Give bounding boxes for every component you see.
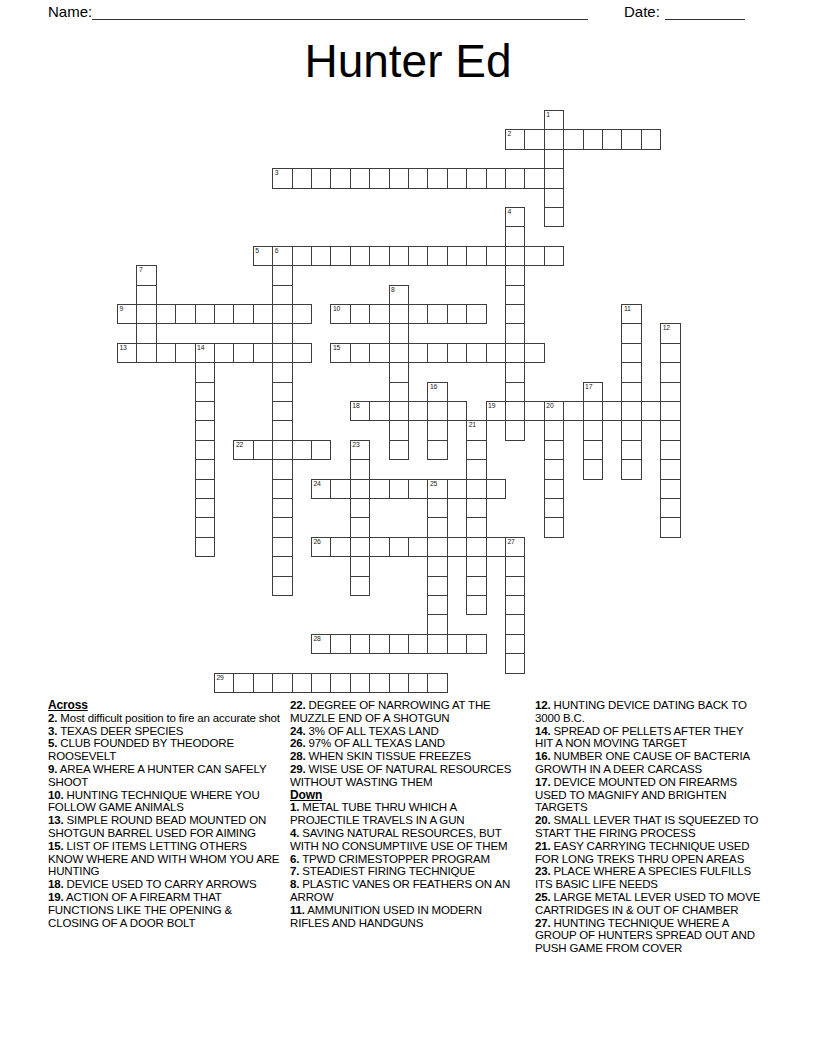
cell-number-18: 18 <box>352 402 359 410</box>
grid-cell-r18c8[interactable] <box>272 459 292 479</box>
grid-cell-r15c21[interactable] <box>524 401 544 421</box>
grid-cell-r12c6[interactable] <box>233 343 253 363</box>
grid-cell-r17c24[interactable] <box>583 440 603 460</box>
grid-cell-r14c20[interactable] <box>505 382 525 402</box>
grid-cell-r17c6[interactable]: 22 <box>233 440 253 460</box>
cell-number-2: 2 <box>508 130 512 138</box>
cell-number-20: 20 <box>546 402 553 410</box>
grid-cell-r19c11[interactable] <box>330 479 350 499</box>
clue-down-1: 1. METAL TUBE THRU WHICH A PROJECTILE TR… <box>290 801 522 827</box>
clues-down-header: Down <box>290 789 522 802</box>
grid-cell-r15c28[interactable] <box>660 401 680 421</box>
grid-cell-r12c20[interactable] <box>505 343 525 363</box>
grid-cell-r29c12[interactable] <box>350 673 370 693</box>
grid-cell-r10c15[interactable] <box>408 304 428 324</box>
grid-cell-r2c22[interactable] <box>544 149 564 169</box>
grid-cell-r18c4[interactable] <box>195 459 215 479</box>
grid-cell-r12c15[interactable] <box>408 343 428 363</box>
grid-cell-r10c12[interactable] <box>350 304 370 324</box>
grid-cell-r7c13[interactable] <box>369 246 389 266</box>
grid-cell-r24c8[interactable] <box>272 576 292 596</box>
clue-number: 18. <box>48 878 64 890</box>
cell-number-1: 1 <box>546 111 550 119</box>
grid-cell-r12c19[interactable] <box>486 343 506 363</box>
clue-across-13: 13. SIMPLE ROUND BEAD MOUNTED ON SHOTGUN… <box>48 814 284 840</box>
grid-cell-r10c1[interactable] <box>136 304 156 324</box>
grid-cell-r3c20[interactable] <box>505 168 525 188</box>
grid-cell-r8c8[interactable] <box>272 265 292 285</box>
cell-number-28: 28 <box>314 635 321 643</box>
grid-cell-r13c28[interactable] <box>660 362 680 382</box>
clue-down-8: 8. PLASTIC VANES OR FEATHERS ON AN ARROW <box>290 878 522 904</box>
grid-cell-r4c22[interactable] <box>544 188 564 208</box>
grid-cell-r19c19[interactable] <box>486 479 506 499</box>
grid-cell-r26c16[interactable] <box>427 614 447 634</box>
page-title: Hunter Ed <box>0 34 816 88</box>
cell-number-27: 27 <box>508 538 515 546</box>
grid-cell-r27c14[interactable] <box>389 634 409 654</box>
cell-number-19: 19 <box>488 402 495 410</box>
grid-cell-r16c26[interactable] <box>621 420 641 440</box>
grid-cell-r1c21[interactable] <box>524 129 544 149</box>
grid-cell-r7c15[interactable] <box>408 246 428 266</box>
grid-cell-r18c12[interactable] <box>350 459 370 479</box>
clue-across-18: 18. DEVICE USED TO CARRY ARROWS <box>48 878 284 891</box>
grid-cell-r29c5[interactable]: 29 <box>214 673 234 693</box>
grid-cell-r20c16[interactable] <box>427 498 447 518</box>
grid-cell-r24c20[interactable] <box>505 576 525 596</box>
clue-down-27: 27. HUNTING TECHNIQUE WHERE A GROUP OF H… <box>535 917 763 955</box>
grid-cell-r27c18[interactable] <box>466 634 486 654</box>
grid-cell-r3c8[interactable]: 3 <box>272 168 292 188</box>
grid-cell-r7c18[interactable] <box>466 246 486 266</box>
grid-cell-r19c28[interactable] <box>660 479 680 499</box>
grid-cell-r27c16[interactable] <box>427 634 447 654</box>
grid-cell-r23c8[interactable] <box>272 556 292 576</box>
grid-cell-r29c10[interactable] <box>311 673 331 693</box>
grid-cell-r17c26[interactable] <box>621 440 641 460</box>
grid-cell-r3c10[interactable] <box>311 168 331 188</box>
clues-across-header: Across <box>48 699 284 712</box>
grid-cell-r20c12[interactable] <box>350 498 370 518</box>
grid-cell-r15c20[interactable] <box>505 401 525 421</box>
grid-cell-r8c1[interactable]: 7 <box>136 265 156 285</box>
cell-number-4: 4 <box>508 208 512 216</box>
grid-cell-r3c11[interactable] <box>330 168 350 188</box>
cell-number-29: 29 <box>217 674 224 682</box>
grid-cell-r1c20[interactable]: 2 <box>505 129 525 149</box>
grid-cell-r10c8[interactable] <box>272 304 292 324</box>
grid-cell-r18c22[interactable] <box>544 459 564 479</box>
grid-cell-r12c12[interactable] <box>350 343 370 363</box>
grid-cell-r25c16[interactable] <box>427 595 447 615</box>
grid-cell-r3c12[interactable] <box>350 168 370 188</box>
grid-cell-r10c20[interactable] <box>505 304 525 324</box>
grid-cell-r27c12[interactable] <box>350 634 370 654</box>
cell-number-26: 26 <box>314 538 321 546</box>
grid-cell-r8c20[interactable] <box>505 265 525 285</box>
clue-down-25: 25. LARGE METAL LEVER USED TO MOVE CARTR… <box>535 891 763 917</box>
grid-cell-r14c26[interactable] <box>621 382 641 402</box>
cell-number-8: 8 <box>391 286 395 294</box>
grid-cell-r22c15[interactable] <box>408 537 428 557</box>
grid-cell-r15c15[interactable] <box>408 401 428 421</box>
grid-cell-r16c20[interactable] <box>505 420 525 440</box>
cell-number-25: 25 <box>430 480 437 488</box>
grid-cell-r29c9[interactable] <box>292 673 312 693</box>
grid-cell-r21c8[interactable] <box>272 517 292 537</box>
date-blank-line[interactable] <box>665 19 745 20</box>
grid-cell-r15c16[interactable] <box>427 401 447 421</box>
grid-cell-r7c20[interactable] <box>505 246 525 266</box>
grid-cell-r11c8[interactable] <box>272 323 292 343</box>
grid-cell-r14c24[interactable]: 17 <box>583 382 603 402</box>
grid-cell-r16c28[interactable] <box>660 420 680 440</box>
grid-cell-r27c10[interactable]: 28 <box>311 634 331 654</box>
grid-cell-r12c3[interactable] <box>175 343 195 363</box>
grid-cell-r17c14[interactable] <box>389 440 409 460</box>
grid-cell-r29c16[interactable] <box>427 673 447 693</box>
grid-cell-r17c10[interactable] <box>311 440 331 460</box>
grid-cell-r10c2[interactable] <box>156 304 176 324</box>
grid-cell-r29c13[interactable] <box>369 673 389 693</box>
clue-number: 10. <box>48 789 64 801</box>
grid-cell-r27c20[interactable] <box>505 634 525 654</box>
grid-cell-r19c14[interactable] <box>389 479 409 499</box>
grid-cell-r19c16[interactable]: 25 <box>427 479 447 499</box>
clue-down-21: 21. EASY CARRYING TECHNIQUE USED FOR LON… <box>535 840 763 866</box>
grid-cell-r21c18[interactable] <box>466 517 486 537</box>
grid-cell-r13c4[interactable] <box>195 362 215 382</box>
grid-cell-r16c4[interactable] <box>195 420 215 440</box>
cell-number-13: 13 <box>120 344 127 352</box>
grid-cell-r12c5[interactable] <box>214 343 234 363</box>
grid-cell-r9c8[interactable] <box>272 285 292 305</box>
grid-cell-r22c13[interactable] <box>369 537 389 557</box>
grid-cell-r15c27[interactable] <box>641 401 661 421</box>
cell-number-17: 17 <box>585 383 592 391</box>
grid-cell-r9c14[interactable]: 8 <box>389 285 409 305</box>
grid-cell-r10c6[interactable] <box>233 304 253 324</box>
grid-cell-r15c26[interactable] <box>621 401 641 421</box>
grid-cell-r17c16[interactable] <box>427 440 447 460</box>
grid-cell-r5c22[interactable] <box>544 207 564 227</box>
grid-cell-r3c16[interactable] <box>427 168 447 188</box>
grid-cell-r20c18[interactable] <box>466 498 486 518</box>
grid-cell-r12c11[interactable]: 15 <box>330 343 350 363</box>
cell-number-23: 23 <box>352 441 359 449</box>
grid-cell-r15c12[interactable]: 18 <box>350 401 370 421</box>
grid-cell-r16c22[interactable] <box>544 420 564 440</box>
grid-cell-r7c12[interactable] <box>350 246 370 266</box>
grid-cell-r3c19[interactable] <box>486 168 506 188</box>
grid-cell-r14c8[interactable] <box>272 382 292 402</box>
grid-cell-r19c15[interactable] <box>408 479 428 499</box>
clue-down-14: 14. SPREAD OF PELLETS AFTER THEY HIT A N… <box>535 725 763 751</box>
grid-cell-r23c12[interactable] <box>350 556 370 576</box>
grid-cell-r9c20[interactable] <box>505 285 525 305</box>
grid-cell-r10c18[interactable] <box>466 304 486 324</box>
grid-cell-r16c24[interactable] <box>583 420 603 440</box>
grid-cell-r19c18[interactable] <box>466 479 486 499</box>
grid-cell-r0c22[interactable]: 1 <box>544 110 564 130</box>
grid-cell-r12c13[interactable] <box>369 343 389 363</box>
grid-cell-r18c18[interactable] <box>466 459 486 479</box>
grid-cell-r12c21[interactable] <box>524 343 544 363</box>
grid-cell-r22c4[interactable] <box>195 537 215 557</box>
clue-number: 9. <box>48 763 57 775</box>
clue-number: 20. <box>535 814 551 826</box>
grid-cell-r13c26[interactable] <box>621 362 641 382</box>
cell-number-9: 9 <box>120 305 124 313</box>
grid-cell-r27c13[interactable] <box>369 634 389 654</box>
grid-cell-r13c20[interactable] <box>505 362 525 382</box>
grid-cell-r19c17[interactable] <box>447 479 467 499</box>
grid-cell-r27c15[interactable] <box>408 634 428 654</box>
grid-cell-r22c10[interactable]: 26 <box>311 537 331 557</box>
grid-cell-r29c14[interactable] <box>389 673 409 693</box>
grid-cell-r10c13[interactable] <box>369 304 389 324</box>
grid-cell-r3c22[interactable] <box>544 168 564 188</box>
grid-cell-r3c18[interactable] <box>466 168 486 188</box>
grid-cell-r7c21[interactable] <box>524 246 544 266</box>
grid-cell-r14c16[interactable]: 16 <box>427 382 447 402</box>
grid-cell-r17c8[interactable] <box>272 440 292 460</box>
grid-cell-r22c16[interactable] <box>427 537 447 557</box>
grid-cell-r19c22[interactable] <box>544 479 564 499</box>
grid-cell-r7c10[interactable] <box>311 246 331 266</box>
grid-cell-r12c9[interactable] <box>292 343 312 363</box>
grid-cell-r23c20[interactable] <box>505 556 525 576</box>
grid-cell-r15c4[interactable] <box>195 401 215 421</box>
grid-cell-r14c14[interactable] <box>389 382 409 402</box>
grid-cell-r3c21[interactable] <box>524 168 544 188</box>
grid-cell-r11c1[interactable] <box>136 323 156 343</box>
grid-cell-r7c8[interactable]: 6 <box>272 246 292 266</box>
clue-column-2: 22. DEGREE OF NARROWING AT THE MUZZLE EN… <box>290 699 522 929</box>
clue-down-4: 4. SAVING NATURAL RESOURCES, BUT WITH NO… <box>290 827 522 853</box>
grid-cell-r15c22[interactable]: 20 <box>544 401 564 421</box>
grid-cell-r6c20[interactable] <box>505 226 525 246</box>
clue-down-17: 17. DEVICE MOUNTED ON FIREARMS USED TO M… <box>535 776 763 814</box>
grid-cell-r22c18[interactable] <box>466 537 486 557</box>
grid-cell-r7c11[interactable] <box>330 246 350 266</box>
grid-cell-r10c7[interactable] <box>253 304 273 324</box>
grid-cell-r29c15[interactable] <box>408 673 428 693</box>
grid-cell-r17c9[interactable] <box>292 440 312 460</box>
grid-cell-r12c14[interactable] <box>389 343 409 363</box>
grid-cell-r7c17[interactable] <box>447 246 467 266</box>
grid-cell-r21c12[interactable] <box>350 517 370 537</box>
grid-cell-r16c18[interactable]: 21 <box>466 420 486 440</box>
grid-cell-r21c22[interactable] <box>544 517 564 537</box>
grid-cell-r12c26[interactable] <box>621 343 641 363</box>
clue-across-24: 24. 3% OF ALL TEXAS LAND <box>290 725 522 738</box>
grid-cell-r3c14[interactable] <box>389 168 409 188</box>
grid-cell-r15c25[interactable] <box>602 401 622 421</box>
grid-cell-r13c8[interactable] <box>272 362 292 382</box>
grid-cell-r7c7[interactable]: 5 <box>253 246 273 266</box>
grid-cell-r10c26[interactable]: 11 <box>621 304 641 324</box>
grid-cell-r10c0[interactable]: 9 <box>117 304 137 324</box>
name-blank-line[interactable] <box>92 19 588 20</box>
grid-cell-r19c8[interactable] <box>272 479 292 499</box>
grid-cell-r3c13[interactable] <box>369 168 389 188</box>
grid-cell-r16c16[interactable] <box>427 420 447 440</box>
name-label: Name: <box>48 3 92 20</box>
grid-cell-r14c4[interactable] <box>195 382 215 402</box>
clue-number: 11. <box>290 904 305 916</box>
grid-cell-r3c9[interactable] <box>292 168 312 188</box>
clue-down-16: 16. NUMBER ONE CAUSE OF BACTERIA GROWTH … <box>535 750 763 776</box>
grid-cell-r19c10[interactable]: 24 <box>311 479 331 499</box>
grid-cell-r10c4[interactable] <box>195 304 215 324</box>
cell-number-6: 6 <box>275 247 279 255</box>
grid-cell-r13c14[interactable] <box>389 362 409 382</box>
grid-cell-r15c17[interactable] <box>447 401 467 421</box>
grid-cell-r1c22[interactable] <box>544 129 564 149</box>
grid-cell-r10c14[interactable] <box>389 304 409 324</box>
grid-cell-r1c26[interactable] <box>621 129 641 149</box>
clue-number: 1. <box>290 801 299 813</box>
grid-cell-r12c0[interactable]: 13 <box>117 343 137 363</box>
grid-cell-r5c20[interactable]: 4 <box>505 207 525 227</box>
grid-cell-r7c9[interactable] <box>292 246 312 266</box>
grid-cell-r7c22[interactable] <box>544 246 564 266</box>
cell-number-10: 10 <box>333 305 340 313</box>
grid-cell-r16c14[interactable] <box>389 420 409 440</box>
grid-cell-r18c28[interactable] <box>660 459 680 479</box>
grid-cell-r11c28[interactable]: 12 <box>660 323 680 343</box>
grid-cell-r29c7[interactable] <box>253 673 273 693</box>
grid-cell-r29c8[interactable] <box>272 673 292 693</box>
grid-cell-r19c13[interactable] <box>369 479 389 499</box>
grid-cell-r27c17[interactable] <box>447 634 467 654</box>
grid-cell-r25c20[interactable] <box>505 595 525 615</box>
grid-cell-r1c27[interactable] <box>641 129 661 149</box>
grid-cell-r9c1[interactable] <box>136 285 156 305</box>
grid-cell-r12c7[interactable] <box>253 343 273 363</box>
clue-down-6: 6. TPWD CRIMESTOPPER PROGRAM <box>290 853 522 866</box>
grid-cell-r23c16[interactable] <box>427 556 447 576</box>
grid-cell-r28c20[interactable] <box>505 653 525 673</box>
grid-cell-r11c26[interactable] <box>621 323 641 343</box>
clue-number: 12. <box>535 699 551 711</box>
grid-cell-r23c18[interactable] <box>466 556 486 576</box>
cell-number-24: 24 <box>314 480 321 488</box>
grid-cell-r10c11[interactable]: 10 <box>330 304 350 324</box>
grid-cell-r3c15[interactable] <box>408 168 428 188</box>
grid-cell-r20c8[interactable] <box>272 498 292 518</box>
grid-cell-r21c16[interactable] <box>427 517 447 537</box>
grid-cell-r12c8[interactable] <box>272 343 292 363</box>
grid-cell-r17c4[interactable] <box>195 440 215 460</box>
grid-cell-r25c18[interactable] <box>466 595 486 615</box>
grid-cell-r21c28[interactable] <box>660 517 680 537</box>
grid-cell-r15c13[interactable] <box>369 401 389 421</box>
grid-cell-r1c24[interactable] <box>583 129 603 149</box>
grid-cell-r10c5[interactable] <box>214 304 234 324</box>
grid-cell-r24c12[interactable] <box>350 576 370 596</box>
grid-cell-r20c28[interactable] <box>660 498 680 518</box>
grid-cell-r17c7[interactable] <box>253 440 273 460</box>
clue-number: 6. <box>290 853 299 865</box>
grid-cell-r22c19[interactable] <box>486 537 506 557</box>
clue-across-19: 19. ACTION OF A FIREARM THAT FUNCTIONS L… <box>48 891 284 929</box>
grid-cell-r11c20[interactable] <box>505 323 525 343</box>
grid-cell-r10c17[interactable] <box>447 304 467 324</box>
grid-cell-r15c14[interactable] <box>389 401 409 421</box>
grid-cell-r15c23[interactable] <box>563 401 583 421</box>
cell-number-3: 3 <box>275 169 279 177</box>
grid-cell-r11c14[interactable] <box>389 323 409 343</box>
grid-cell-r7c19[interactable] <box>486 246 506 266</box>
grid-cell-r14c28[interactable] <box>660 382 680 402</box>
grid-cell-r17c18[interactable] <box>466 440 486 460</box>
grid-cell-r26c20[interactable] <box>505 614 525 634</box>
grid-cell-r21c4[interactable] <box>195 517 215 537</box>
cell-number-7: 7 <box>139 266 143 274</box>
grid-cell-r1c25[interactable] <box>602 129 622 149</box>
grid-cell-r27c11[interactable] <box>330 634 350 654</box>
grid-cell-r17c28[interactable] <box>660 440 680 460</box>
grid-cell-r24c18[interactable] <box>466 576 486 596</box>
clue-number: 21. <box>535 840 551 852</box>
grid-cell-r10c9[interactable] <box>292 304 312 324</box>
clue-number: 25. <box>535 891 551 903</box>
grid-cell-r22c8[interactable] <box>272 537 292 557</box>
grid-cell-r16c8[interactable] <box>272 420 292 440</box>
clue-number: 5. <box>48 737 57 749</box>
clue-number: 16. <box>535 750 551 762</box>
grid-cell-r24c16[interactable] <box>427 576 447 596</box>
grid-cell-r7c14[interactable] <box>389 246 409 266</box>
grid-cell-r1c23[interactable] <box>563 129 583 149</box>
grid-cell-r15c24[interactable] <box>583 401 603 421</box>
grid-cell-r22c20[interactable]: 27 <box>505 537 525 557</box>
grid-cell-r15c8[interactable] <box>272 401 292 421</box>
grid-cell-r22c14[interactable] <box>389 537 409 557</box>
grid-cell-r20c22[interactable] <box>544 498 564 518</box>
grid-cell-r22c11[interactable] <box>330 537 350 557</box>
grid-cell-r12c28[interactable] <box>660 343 680 363</box>
grid-cell-r17c22[interactable] <box>544 440 564 460</box>
grid-cell-r7c16[interactable] <box>427 246 447 266</box>
clue-down-12: 12. HUNTING DEVICE DATING BACK TO 3000 B… <box>535 699 763 725</box>
cell-number-21: 21 <box>469 421 476 429</box>
grid-cell-r12c2[interactable] <box>156 343 176 363</box>
grid-cell-r18c26[interactable] <box>621 459 641 479</box>
grid-cell-r10c16[interactable] <box>427 304 447 324</box>
grid-cell-r22c12[interactable] <box>350 537 370 557</box>
grid-cell-r19c12[interactable] <box>350 479 370 499</box>
grid-cell-r12c18[interactable] <box>466 343 486 363</box>
grid-cell-r22c17[interactable] <box>447 537 467 557</box>
grid-cell-r12c4[interactable]: 14 <box>195 343 215 363</box>
grid-cell-r18c24[interactable] <box>583 459 603 479</box>
grid-cell-r12c17[interactable] <box>447 343 467 363</box>
grid-cell-r17c12[interactable]: 23 <box>350 440 370 460</box>
grid-cell-r3c17[interactable] <box>447 168 467 188</box>
grid-cell-r12c1[interactable] <box>136 343 156 363</box>
grid-cell-r29c11[interactable] <box>330 673 350 693</box>
grid-cell-r15c19[interactable]: 19 <box>486 401 506 421</box>
grid-cell-r19c4[interactable] <box>195 479 215 499</box>
grid-cell-r20c4[interactable] <box>195 498 215 518</box>
grid-cell-r12c16[interactable] <box>427 343 447 363</box>
grid-cell-r10c3[interactable] <box>175 304 195 324</box>
grid-cell-r29c6[interactable] <box>233 673 253 693</box>
